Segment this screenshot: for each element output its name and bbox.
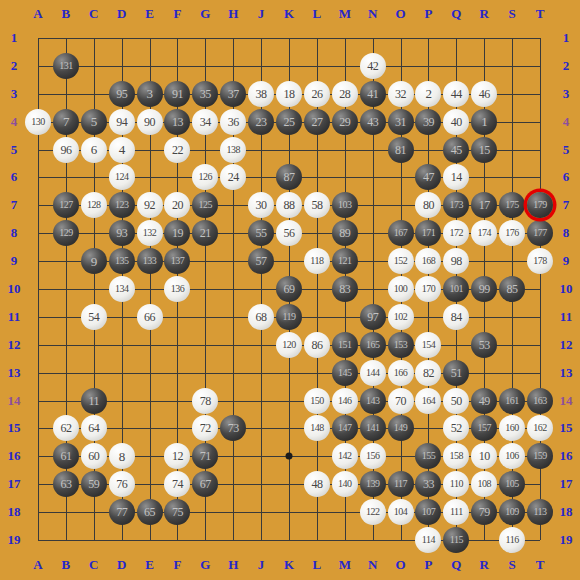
col-label-top-G: G	[200, 6, 210, 22]
col-label-bottom-E: E	[145, 557, 154, 573]
stone-number: 9	[91, 255, 97, 268]
stone-Q5[interactable]: 45	[443, 137, 469, 163]
stone-M3[interactable]: 28	[332, 81, 358, 107]
row-label-left-10: 10	[8, 281, 21, 297]
stone-F4[interactable]: 13	[164, 109, 190, 135]
stone-H3[interactable]: 37	[220, 81, 246, 107]
stone-number: 166	[394, 368, 408, 378]
stone-Q4[interactable]: 40	[443, 109, 469, 135]
stone-L15[interactable]: 148	[304, 415, 330, 441]
stone-number: 45	[451, 144, 462, 156]
stone-C5[interactable]: 6	[81, 137, 107, 163]
stone-B16[interactable]: 61	[53, 443, 79, 469]
stone-B5[interactable]: 96	[53, 137, 79, 163]
stone-number: 53	[479, 339, 490, 351]
stone-number: 87	[284, 171, 295, 183]
stone-E11[interactable]: 66	[137, 304, 163, 330]
stone-G17[interactable]: 67	[192, 471, 218, 497]
stone-number: 85	[507, 283, 518, 295]
row-label-left-7: 7	[11, 197, 18, 213]
stone-number: 162	[533, 423, 547, 433]
stone-number: 156	[366, 451, 380, 461]
stone-E7[interactable]: 92	[137, 192, 163, 218]
stone-S10[interactable]: 85	[499, 276, 525, 302]
stone-Q15[interactable]: 52	[443, 415, 469, 441]
stone-J11[interactable]: 68	[248, 304, 274, 330]
stone-P19[interactable]: 114	[415, 527, 441, 553]
stone-number: 27	[311, 116, 322, 128]
stone-B15[interactable]: 62	[53, 415, 79, 441]
stone-number: 120	[282, 340, 296, 350]
stone-number: 2	[425, 87, 431, 100]
stone-D7[interactable]: 123	[109, 192, 135, 218]
stone-number: 22	[172, 144, 183, 156]
stone-P3[interactable]: 2	[415, 81, 441, 107]
stone-number: 77	[116, 506, 127, 518]
col-label-bottom-H: H	[228, 557, 238, 573]
stone-O10[interactable]: 100	[388, 276, 414, 302]
stone-number: 33	[423, 478, 434, 490]
col-label-bottom-O: O	[395, 557, 405, 573]
stone-O14[interactable]: 70	[388, 388, 414, 414]
stone-P4[interactable]: 39	[415, 109, 441, 135]
stone-number: 98	[451, 255, 462, 267]
row-label-left-6: 6	[11, 169, 18, 185]
stone-O3[interactable]: 32	[388, 81, 414, 107]
col-label-bottom-K: K	[284, 557, 294, 573]
stone-S14[interactable]: 161	[499, 388, 525, 414]
stone-D10[interactable]: 134	[109, 276, 135, 302]
stone-L4[interactable]: 27	[304, 109, 330, 135]
col-label-top-N: N	[368, 6, 377, 22]
row-label-right-9: 9	[563, 253, 570, 269]
stone-O15[interactable]: 149	[388, 415, 414, 441]
stone-number: 129	[59, 228, 73, 238]
row-label-left-8: 8	[11, 225, 18, 241]
stone-K3[interactable]: 18	[276, 81, 302, 107]
stone-number: 52	[451, 422, 462, 434]
stone-number: 170	[422, 284, 436, 294]
stone-L12[interactable]: 86	[304, 332, 330, 358]
row-label-left-12: 12	[8, 337, 21, 353]
row-label-left-13: 13	[8, 365, 21, 381]
stone-N4[interactable]: 43	[360, 109, 386, 135]
row-label-left-9: 9	[11, 253, 18, 269]
stone-number: 130	[31, 117, 45, 127]
stone-R5[interactable]: 15	[471, 137, 497, 163]
stone-Q3[interactable]: 44	[443, 81, 469, 107]
stone-L9[interactable]: 118	[304, 248, 330, 274]
stone-S18[interactable]: 109	[499, 499, 525, 525]
col-label-bottom-G: G	[200, 557, 210, 573]
stone-number: 155	[422, 451, 436, 461]
col-label-top-H: H	[228, 6, 238, 22]
stone-number: 172	[450, 228, 464, 238]
stone-number: 29	[339, 116, 350, 128]
stone-number: 14	[451, 171, 462, 183]
stone-Q14[interactable]: 50	[443, 388, 469, 414]
stone-N13[interactable]: 144	[360, 360, 386, 386]
col-label-top-F: F	[173, 6, 181, 22]
stone-P14[interactable]: 164	[415, 388, 441, 414]
stone-G6[interactable]: 126	[192, 164, 218, 190]
stone-H15[interactable]: 73	[220, 415, 246, 441]
stone-C4[interactable]: 5	[81, 109, 107, 135]
stone-Q10[interactable]: 101	[443, 276, 469, 302]
stone-C14[interactable]: 11	[81, 388, 107, 414]
stone-M16[interactable]: 142	[332, 443, 358, 469]
stone-B8[interactable]: 129	[53, 220, 79, 246]
stone-K8[interactable]: 56	[276, 220, 302, 246]
stone-P18[interactable]: 107	[415, 499, 441, 525]
stone-K10[interactable]: 69	[276, 276, 302, 302]
stone-S15[interactable]: 160	[499, 415, 525, 441]
stone-J4[interactable]: 23	[248, 109, 274, 135]
stone-number: 4	[119, 143, 125, 156]
stone-D17[interactable]: 76	[109, 471, 135, 497]
stone-O11[interactable]: 102	[388, 304, 414, 330]
stone-M13[interactable]: 145	[332, 360, 358, 386]
stone-T9[interactable]: 178	[527, 248, 553, 274]
stone-O12[interactable]: 153	[388, 332, 414, 358]
stone-number: 12	[172, 450, 183, 462]
stone-O4[interactable]: 31	[388, 109, 414, 135]
stone-number: 6	[91, 143, 97, 156]
col-label-top-L: L	[313, 6, 322, 22]
stone-H5[interactable]: 138	[220, 137, 246, 163]
stone-D6[interactable]: 124	[109, 164, 135, 190]
stone-Q19[interactable]: 115	[443, 527, 469, 553]
stone-number: 145	[338, 368, 352, 378]
stone-B4[interactable]: 7	[53, 109, 79, 135]
stone-N18[interactable]: 122	[360, 499, 386, 525]
stone-D18[interactable]: 77	[109, 499, 135, 525]
row-label-right-13: 13	[560, 365, 573, 381]
stone-F8[interactable]: 19	[164, 220, 190, 246]
stone-D9[interactable]: 135	[109, 248, 135, 274]
stone-number: 176	[505, 228, 519, 238]
col-label-top-J: J	[258, 6, 265, 22]
stone-J7[interactable]: 30	[248, 192, 274, 218]
stone-N3[interactable]: 41	[360, 81, 386, 107]
stone-number: 63	[60, 478, 71, 490]
stone-R18[interactable]: 79	[471, 499, 497, 525]
row-label-right-15: 15	[560, 420, 573, 436]
stone-G14[interactable]: 78	[192, 388, 218, 414]
col-label-top-O: O	[395, 6, 405, 22]
row-label-right-17: 17	[560, 476, 573, 492]
stone-F16[interactable]: 12	[164, 443, 190, 469]
stone-number: 36	[228, 116, 239, 128]
stone-P17[interactable]: 33	[415, 471, 441, 497]
stone-M8[interactable]: 89	[332, 220, 358, 246]
col-label-bottom-M: M	[339, 557, 351, 573]
stone-Q17[interactable]: 110	[443, 471, 469, 497]
stone-number: 76	[116, 478, 127, 490]
stone-number: 69	[284, 283, 295, 295]
stone-number: 73	[228, 422, 239, 434]
stone-Q8[interactable]: 172	[443, 220, 469, 246]
stone-number: 175	[505, 200, 519, 210]
stone-number: 79	[479, 506, 490, 518]
stone-F7[interactable]: 20	[164, 192, 190, 218]
stone-F10[interactable]: 136	[164, 276, 190, 302]
stone-number: 167	[394, 228, 408, 238]
stone-R10[interactable]: 99	[471, 276, 497, 302]
stone-number: 83	[339, 283, 350, 295]
stone-N17[interactable]: 139	[360, 471, 386, 497]
stone-T14[interactable]: 163	[527, 388, 553, 414]
stone-P6[interactable]: 47	[415, 164, 441, 190]
col-label-top-D: D	[117, 6, 126, 22]
stone-R16[interactable]: 10	[471, 443, 497, 469]
stone-E9[interactable]: 133	[137, 248, 163, 274]
stone-S17[interactable]: 105	[499, 471, 525, 497]
stone-number: 122	[366, 507, 380, 517]
stone-number: 55	[256, 227, 267, 239]
stone-number: 66	[144, 311, 155, 323]
stone-P13[interactable]: 82	[415, 360, 441, 386]
stone-D4[interactable]: 94	[109, 109, 135, 135]
stone-A4[interactable]: 130	[25, 109, 51, 135]
stone-number: 179	[533, 200, 547, 210]
stone-number: 125	[199, 200, 213, 210]
stone-number: 147	[338, 423, 352, 433]
stone-M17[interactable]: 140	[332, 471, 358, 497]
stone-E18[interactable]: 65	[137, 499, 163, 525]
stone-B17[interactable]: 63	[53, 471, 79, 497]
stone-G4[interactable]: 34	[192, 109, 218, 135]
stone-T15[interactable]: 162	[527, 415, 553, 441]
stone-F5[interactable]: 22	[164, 137, 190, 163]
stone-T16[interactable]: 159	[527, 443, 553, 469]
row-label-left-4: 4	[11, 114, 18, 130]
stone-number: 1	[481, 115, 487, 128]
row-label-right-2: 2	[563, 58, 570, 74]
stone-M12[interactable]: 151	[332, 332, 358, 358]
stone-C16[interactable]: 60	[81, 443, 107, 469]
stone-Q6[interactable]: 14	[443, 164, 469, 190]
stone-number: 136	[171, 284, 185, 294]
stone-number: 54	[88, 311, 99, 323]
stone-O17[interactable]: 117	[388, 471, 414, 497]
stone-number: 126	[199, 172, 213, 182]
stone-number: 140	[338, 479, 352, 489]
stone-R8[interactable]: 174	[471, 220, 497, 246]
stone-J3[interactable]: 38	[248, 81, 274, 107]
stone-number: 81	[395, 144, 406, 156]
stone-R15[interactable]: 157	[471, 415, 497, 441]
stone-number: 92	[144, 199, 155, 211]
stone-number: 28	[339, 88, 350, 100]
stone-number: 95	[116, 88, 127, 100]
stone-L3[interactable]: 26	[304, 81, 330, 107]
stone-number: 60	[88, 450, 99, 462]
stone-O13[interactable]: 166	[388, 360, 414, 386]
stone-F3[interactable]: 91	[164, 81, 190, 107]
stone-number: 119	[282, 312, 295, 322]
col-label-top-M: M	[339, 6, 351, 22]
stone-P10[interactable]: 170	[415, 276, 441, 302]
stone-number: 142	[338, 451, 352, 461]
stone-O8[interactable]: 167	[388, 220, 414, 246]
col-label-top-P: P	[424, 6, 432, 22]
stone-B7[interactable]: 127	[53, 192, 79, 218]
stone-R4[interactable]: 1	[471, 109, 497, 135]
stone-K7[interactable]: 88	[276, 192, 302, 218]
col-label-top-R: R	[480, 6, 489, 22]
stone-number: 5	[91, 115, 97, 128]
stone-K6[interactable]: 87	[276, 164, 302, 190]
stone-number: 123	[115, 200, 129, 210]
go-board[interactable]: AABBCCDDEEFFGGHHJJKKLLMMNNOOPPQQRRSSTT11…	[0, 0, 580, 580]
stone-G7[interactable]: 125	[192, 192, 218, 218]
stone-L7[interactable]: 58	[304, 192, 330, 218]
stone-Q13[interactable]: 51	[443, 360, 469, 386]
stone-O9[interactable]: 152	[388, 248, 414, 274]
stone-C17[interactable]: 59	[81, 471, 107, 497]
stone-C9[interactable]: 9	[81, 248, 107, 274]
stone-K11[interactable]: 119	[276, 304, 302, 330]
stone-number: 44	[451, 88, 462, 100]
stone-D16[interactable]: 8	[109, 443, 135, 469]
stone-number: 174	[477, 228, 491, 238]
stone-P8[interactable]: 171	[415, 220, 441, 246]
stone-Q18[interactable]: 111	[443, 499, 469, 525]
row-label-left-14: 14	[8, 393, 21, 409]
stone-G8[interactable]: 21	[192, 220, 218, 246]
stone-T18[interactable]: 113	[527, 499, 553, 525]
stone-number: 178	[533, 256, 547, 266]
stone-N2[interactable]: 42	[360, 53, 386, 79]
stone-S16[interactable]: 106	[499, 443, 525, 469]
stone-E8[interactable]: 132	[137, 220, 163, 246]
stone-F9[interactable]: 137	[164, 248, 190, 274]
stone-R12[interactable]: 53	[471, 332, 497, 358]
row-label-right-12: 12	[560, 337, 573, 353]
stone-M15[interactable]: 147	[332, 415, 358, 441]
stone-G15[interactable]: 72	[192, 415, 218, 441]
stone-F18[interactable]: 75	[164, 499, 190, 525]
stone-D5[interactable]: 4	[109, 137, 135, 163]
stone-number: 43	[367, 116, 378, 128]
stone-G3[interactable]: 35	[192, 81, 218, 107]
stone-L17[interactable]: 48	[304, 471, 330, 497]
stone-D8[interactable]: 93	[109, 220, 135, 246]
stone-N12[interactable]: 165	[360, 332, 386, 358]
stone-P9[interactable]: 168	[415, 248, 441, 274]
stone-D3[interactable]: 95	[109, 81, 135, 107]
stone-number: 101	[450, 284, 464, 294]
stone-T7[interactable]: 179	[527, 192, 553, 218]
stone-E4[interactable]: 90	[137, 109, 163, 135]
row-label-left-3: 3	[11, 86, 18, 102]
stone-number: 102	[394, 312, 408, 322]
stone-T8[interactable]: 177	[527, 220, 553, 246]
col-label-top-T: T	[536, 6, 545, 22]
stone-number: 121	[338, 256, 352, 266]
stone-P7[interactable]: 80	[415, 192, 441, 218]
stone-number: 20	[172, 199, 183, 211]
stone-number: 93	[116, 227, 127, 239]
stone-number: 3	[147, 87, 153, 100]
stone-number: 148	[310, 423, 324, 433]
stone-number: 131	[59, 61, 73, 71]
stone-number: 50	[451, 395, 462, 407]
stone-R3[interactable]: 46	[471, 81, 497, 107]
row-label-right-10: 10	[560, 281, 573, 297]
stone-F17[interactable]: 74	[164, 471, 190, 497]
stone-number: 38	[256, 88, 267, 100]
stone-S8[interactable]: 176	[499, 220, 525, 246]
stone-number: 139	[366, 479, 380, 489]
stone-number: 106	[505, 451, 519, 461]
stone-O18[interactable]: 104	[388, 499, 414, 525]
stone-number: 164	[422, 396, 436, 406]
col-label-bottom-B: B	[62, 557, 71, 573]
stone-number: 75	[172, 506, 183, 518]
stone-M7[interactable]: 103	[332, 192, 358, 218]
stone-Q11[interactable]: 84	[443, 304, 469, 330]
stone-M4[interactable]: 29	[332, 109, 358, 135]
stone-number: 118	[310, 256, 323, 266]
stone-G16[interactable]: 71	[192, 443, 218, 469]
stone-O5[interactable]: 81	[388, 137, 414, 163]
stone-number: 71	[200, 450, 211, 462]
stone-E3[interactable]: 3	[137, 81, 163, 107]
stone-C11[interactable]: 54	[81, 304, 107, 330]
col-label-bottom-C: C	[89, 557, 98, 573]
stone-number: 163	[533, 396, 547, 406]
stone-L14[interactable]: 150	[304, 388, 330, 414]
stone-number: 124	[115, 172, 129, 182]
stone-N11[interactable]: 97	[360, 304, 386, 330]
col-label-bottom-D: D	[117, 557, 126, 573]
stone-M9[interactable]: 121	[332, 248, 358, 274]
stone-number: 91	[172, 88, 183, 100]
stone-K4[interactable]: 25	[276, 109, 302, 135]
stone-R14[interactable]: 49	[471, 388, 497, 414]
stone-R7[interactable]: 17	[471, 192, 497, 218]
stone-number: 117	[394, 479, 407, 489]
stone-P16[interactable]: 155	[415, 443, 441, 469]
stone-M14[interactable]: 146	[332, 388, 358, 414]
stone-R17[interactable]: 108	[471, 471, 497, 497]
stone-J8[interactable]: 55	[248, 220, 274, 246]
stone-J9[interactable]: 57	[248, 248, 274, 274]
stone-number: 100	[394, 284, 408, 294]
stone-number: 80	[423, 199, 434, 211]
stone-B2[interactable]: 131	[53, 53, 79, 79]
stone-K12[interactable]: 120	[276, 332, 302, 358]
stone-number: 90	[144, 116, 155, 128]
stone-N16[interactable]: 156	[360, 443, 386, 469]
stone-S7[interactable]: 175	[499, 192, 525, 218]
stone-C7[interactable]: 128	[81, 192, 107, 218]
stone-N15[interactable]: 141	[360, 415, 386, 441]
stone-M10[interactable]: 83	[332, 276, 358, 302]
stone-Q7[interactable]: 173	[443, 192, 469, 218]
row-label-right-16: 16	[560, 448, 573, 464]
stone-Q9[interactable]: 98	[443, 248, 469, 274]
stone-S19[interactable]: 116	[499, 527, 525, 553]
stone-N14[interactable]: 143	[360, 388, 386, 414]
stone-Q16[interactable]: 158	[443, 443, 469, 469]
stone-H6[interactable]: 24	[220, 164, 246, 190]
stone-H4[interactable]: 36	[220, 109, 246, 135]
stone-P12[interactable]: 154	[415, 332, 441, 358]
stone-C15[interactable]: 64	[81, 415, 107, 441]
